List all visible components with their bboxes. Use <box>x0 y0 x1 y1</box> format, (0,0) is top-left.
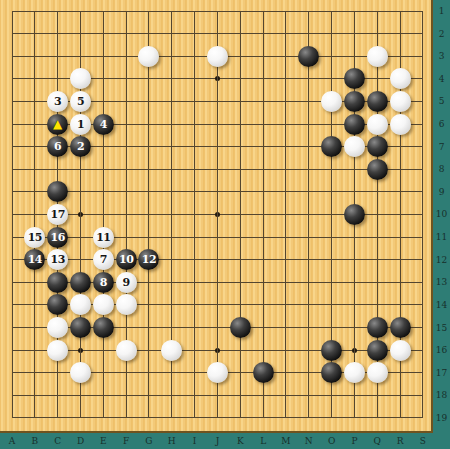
board-cell[interactable]: 14 <box>23 248 46 271</box>
board-cell[interactable] <box>252 68 275 91</box>
board-cell[interactable] <box>275 90 298 113</box>
board-cell[interactable] <box>160 248 183 271</box>
board-cell[interactable] <box>229 384 252 407</box>
board-cell[interactable] <box>229 68 252 91</box>
board-cell[interactable] <box>138 113 161 136</box>
board-cell[interactable] <box>1 113 24 136</box>
board-cell[interactable] <box>252 0 275 22</box>
board-cell[interactable] <box>183 203 206 226</box>
board-cell[interactable]: 9 <box>115 271 138 294</box>
board-cell[interactable]: 1 <box>69 113 92 136</box>
board-cell[interactable] <box>138 271 161 294</box>
board-cell[interactable] <box>389 361 412 384</box>
board-cell[interactable] <box>343 45 366 68</box>
board-cell[interactable] <box>69 271 92 294</box>
board-cell[interactable] <box>252 226 275 249</box>
board-cell[interactable] <box>46 407 69 430</box>
board-cell[interactable] <box>252 316 275 339</box>
board-cell[interactable] <box>252 407 275 430</box>
board-cell[interactable] <box>366 181 389 204</box>
board-cell[interactable] <box>160 203 183 226</box>
board-cell[interactable] <box>138 361 161 384</box>
board-cell[interactable] <box>366 384 389 407</box>
board-cell[interactable] <box>115 158 138 181</box>
board-cell[interactable] <box>252 203 275 226</box>
board-cell[interactable] <box>115 113 138 136</box>
board-cell[interactable] <box>1 68 24 91</box>
board-cell[interactable] <box>1 339 24 362</box>
board-cell[interactable] <box>23 113 46 136</box>
board-cell[interactable] <box>412 135 434 158</box>
board-cell[interactable] <box>183 22 206 45</box>
board-cell[interactable] <box>366 316 389 339</box>
board-cell[interactable] <box>229 0 252 22</box>
board-cell[interactable] <box>252 22 275 45</box>
board-cell[interactable] <box>275 316 298 339</box>
board-cell[interactable] <box>252 361 275 384</box>
board-cell[interactable] <box>389 113 412 136</box>
board-cell[interactable] <box>320 90 343 113</box>
board-cell[interactable] <box>412 181 434 204</box>
board-cell[interactable] <box>366 0 389 22</box>
board-cell[interactable] <box>343 135 366 158</box>
board-cell[interactable] <box>69 316 92 339</box>
board-cell[interactable] <box>46 181 69 204</box>
board-cell[interactable] <box>275 339 298 362</box>
board-cell[interactable] <box>160 45 183 68</box>
board-cell[interactable]: 13 <box>46 248 69 271</box>
board-cell[interactable] <box>92 316 115 339</box>
board-cell[interactable] <box>160 68 183 91</box>
board-cell[interactable] <box>92 22 115 45</box>
board-cell[interactable] <box>275 22 298 45</box>
board-cell[interactable] <box>366 361 389 384</box>
board-cell[interactable] <box>115 361 138 384</box>
board-cell[interactable] <box>138 135 161 158</box>
board-cell[interactable] <box>412 407 434 430</box>
board-cell[interactable] <box>320 384 343 407</box>
board-cell[interactable] <box>69 226 92 249</box>
board-cell[interactable] <box>1 294 24 317</box>
board-cell[interactable] <box>343 316 366 339</box>
board-cell[interactable] <box>92 361 115 384</box>
board-cell[interactable] <box>412 158 434 181</box>
board-cell[interactable] <box>160 339 183 362</box>
board-cell[interactable] <box>297 158 320 181</box>
board-cell[interactable] <box>389 294 412 317</box>
board-cell[interactable] <box>183 68 206 91</box>
board-cell[interactable]: 8 <box>92 271 115 294</box>
board-cell[interactable] <box>343 248 366 271</box>
board-cell[interactable] <box>366 135 389 158</box>
board-cell[interactable] <box>206 68 229 91</box>
board-cell[interactable] <box>206 271 229 294</box>
board-cell[interactable] <box>366 339 389 362</box>
board-cell[interactable] <box>229 45 252 68</box>
board-cell[interactable] <box>69 22 92 45</box>
board-cell[interactable] <box>1 316 24 339</box>
board-cell[interactable] <box>183 339 206 362</box>
board-cell[interactable] <box>1 226 24 249</box>
board-cell[interactable] <box>229 407 252 430</box>
board-cell[interactable] <box>206 158 229 181</box>
board-cell[interactable] <box>160 226 183 249</box>
board-cell[interactable] <box>69 45 92 68</box>
board-cell[interactable] <box>1 158 24 181</box>
board-cell[interactable] <box>183 0 206 22</box>
board-cell[interactable] <box>320 113 343 136</box>
board-cell[interactable] <box>138 203 161 226</box>
board-cell[interactable] <box>229 271 252 294</box>
board-cell[interactable] <box>206 22 229 45</box>
board-cell[interactable] <box>320 248 343 271</box>
board-cell[interactable] <box>412 384 434 407</box>
board-cell[interactable] <box>46 45 69 68</box>
board-cell[interactable] <box>320 407 343 430</box>
board-cell[interactable] <box>343 271 366 294</box>
board-cell[interactable] <box>412 271 434 294</box>
board-cell[interactable] <box>343 0 366 22</box>
board-cell[interactable] <box>183 248 206 271</box>
board-cell[interactable] <box>23 22 46 45</box>
board-cell[interactable] <box>92 90 115 113</box>
board-cell[interactable] <box>412 361 434 384</box>
board-cell[interactable] <box>412 0 434 22</box>
board-cell[interactable] <box>275 68 298 91</box>
board-cell[interactable] <box>343 226 366 249</box>
board-cell[interactable] <box>229 226 252 249</box>
board-cell[interactable] <box>115 45 138 68</box>
board-cell[interactable]: 4 <box>92 113 115 136</box>
board-cell[interactable] <box>412 45 434 68</box>
board-cell[interactable] <box>297 339 320 362</box>
board-cell[interactable] <box>23 407 46 430</box>
board-cell[interactable] <box>206 135 229 158</box>
board-cell[interactable] <box>275 248 298 271</box>
board-cell[interactable] <box>160 113 183 136</box>
board-cell[interactable] <box>160 0 183 22</box>
board-cell[interactable] <box>92 68 115 91</box>
board-cell[interactable] <box>297 68 320 91</box>
board-cell[interactable] <box>115 294 138 317</box>
board-cell[interactable] <box>412 226 434 249</box>
board-cell[interactable]: 7 <box>92 248 115 271</box>
board-cell[interactable] <box>366 45 389 68</box>
board-cell[interactable] <box>69 294 92 317</box>
board-cell[interactable] <box>297 113 320 136</box>
board-cell[interactable] <box>92 45 115 68</box>
board-cell[interactable] <box>366 203 389 226</box>
board-cell[interactable] <box>115 226 138 249</box>
board-cell[interactable] <box>412 22 434 45</box>
board-cell[interactable] <box>138 68 161 91</box>
board-cell[interactable] <box>206 181 229 204</box>
board-cell[interactable] <box>389 203 412 226</box>
board-cell[interactable] <box>115 90 138 113</box>
board-cell[interactable] <box>46 158 69 181</box>
board-cell[interactable] <box>389 316 412 339</box>
board-cell[interactable] <box>252 181 275 204</box>
board-cell[interactable] <box>389 22 412 45</box>
board-cell[interactable] <box>23 384 46 407</box>
board-cell[interactable] <box>366 248 389 271</box>
board-cell[interactable] <box>160 361 183 384</box>
board-cell[interactable] <box>138 407 161 430</box>
board-cell[interactable] <box>320 181 343 204</box>
board-cell[interactable] <box>252 90 275 113</box>
board-cell[interactable] <box>252 113 275 136</box>
board-cell[interactable] <box>183 158 206 181</box>
board-cell[interactable] <box>92 135 115 158</box>
board-cell[interactable] <box>320 135 343 158</box>
board-cell[interactable] <box>252 339 275 362</box>
board-cell[interactable] <box>389 0 412 22</box>
board-cell[interactable] <box>389 384 412 407</box>
board-cell[interactable] <box>275 45 298 68</box>
board-cell[interactable] <box>138 181 161 204</box>
board-cell[interactable] <box>23 90 46 113</box>
board-cell[interactable] <box>138 22 161 45</box>
board-cell[interactable] <box>252 135 275 158</box>
board-cell[interactable] <box>160 90 183 113</box>
board-cell[interactable] <box>1 361 24 384</box>
board-cell[interactable] <box>320 158 343 181</box>
board-cell[interactable] <box>412 90 434 113</box>
board-cell[interactable] <box>183 90 206 113</box>
board-cell[interactable] <box>320 294 343 317</box>
board-cell[interactable] <box>229 90 252 113</box>
board-cell[interactable] <box>229 113 252 136</box>
board-cell[interactable] <box>183 113 206 136</box>
board-cell[interactable] <box>297 361 320 384</box>
board-cell[interactable] <box>160 158 183 181</box>
board-cell[interactable] <box>343 68 366 91</box>
board-cell[interactable] <box>92 384 115 407</box>
board-cell[interactable] <box>343 158 366 181</box>
board-cell[interactable] <box>92 407 115 430</box>
board-cell[interactable] <box>389 68 412 91</box>
board-cell[interactable] <box>183 135 206 158</box>
board-cell[interactable] <box>366 90 389 113</box>
board-cell[interactable] <box>297 90 320 113</box>
board-cell[interactable] <box>183 294 206 317</box>
board-cell[interactable] <box>320 22 343 45</box>
board-cell[interactable] <box>160 316 183 339</box>
board-cell[interactable] <box>297 135 320 158</box>
board-cell[interactable] <box>69 203 92 226</box>
board-cell[interactable] <box>23 135 46 158</box>
board-cell[interactable]: 12 <box>138 248 161 271</box>
board-cell[interactable] <box>69 158 92 181</box>
board-cell[interactable] <box>23 271 46 294</box>
board-cell[interactable] <box>23 68 46 91</box>
board-cell[interactable] <box>343 203 366 226</box>
board-cell[interactable] <box>206 0 229 22</box>
board-cell[interactable] <box>412 316 434 339</box>
board-cell[interactable] <box>92 294 115 317</box>
board-cell[interactable] <box>160 294 183 317</box>
board-cell[interactable] <box>229 361 252 384</box>
board-cell[interactable] <box>366 113 389 136</box>
board-cell[interactable] <box>46 361 69 384</box>
board-cell[interactable] <box>23 158 46 181</box>
board-cell[interactable] <box>183 181 206 204</box>
board-cell[interactable] <box>206 316 229 339</box>
board-cell[interactable] <box>297 181 320 204</box>
board-cell[interactable] <box>275 271 298 294</box>
board-cell[interactable] <box>206 248 229 271</box>
board-cell[interactable] <box>115 68 138 91</box>
board-cell[interactable] <box>412 339 434 362</box>
board-cell[interactable] <box>389 135 412 158</box>
board-cell[interactable] <box>1 90 24 113</box>
board-cell[interactable] <box>229 22 252 45</box>
board-cell[interactable] <box>1 45 24 68</box>
board-cell[interactable] <box>229 248 252 271</box>
board-cell[interactable] <box>115 203 138 226</box>
board-cell[interactable] <box>206 361 229 384</box>
board-cell[interactable] <box>297 384 320 407</box>
board-cell[interactable] <box>275 226 298 249</box>
board-cell[interactable] <box>92 0 115 22</box>
board-cell[interactable] <box>92 158 115 181</box>
board-cell[interactable] <box>1 203 24 226</box>
board-cell[interactable] <box>115 181 138 204</box>
board-cell[interactable] <box>297 226 320 249</box>
board-cell[interactable] <box>366 226 389 249</box>
board-cell[interactable]: 3 <box>46 90 69 113</box>
board-cell[interactable] <box>206 384 229 407</box>
board-cell[interactable] <box>46 0 69 22</box>
board-cell[interactable] <box>1 248 24 271</box>
board-cell[interactable] <box>275 158 298 181</box>
board-cell[interactable] <box>183 226 206 249</box>
board-cell[interactable] <box>206 113 229 136</box>
board-cell[interactable] <box>252 158 275 181</box>
board-cell[interactable]: 10 <box>115 248 138 271</box>
board-cell[interactable] <box>115 339 138 362</box>
board-cell[interactable] <box>115 135 138 158</box>
board-cell[interactable] <box>23 45 46 68</box>
board-cell[interactable] <box>320 68 343 91</box>
board-cell[interactable] <box>297 248 320 271</box>
board-cell[interactable] <box>320 45 343 68</box>
board-cell[interactable] <box>297 294 320 317</box>
board-cell[interactable] <box>412 68 434 91</box>
board-cell[interactable] <box>23 181 46 204</box>
board-cell[interactable] <box>115 316 138 339</box>
board-cell[interactable] <box>69 0 92 22</box>
board-cell[interactable]: 11 <box>92 226 115 249</box>
board-cell[interactable] <box>46 294 69 317</box>
board-cell[interactable] <box>229 339 252 362</box>
board-cell[interactable] <box>69 339 92 362</box>
board-cell[interactable]: 17 <box>46 203 69 226</box>
board-cell[interactable] <box>115 384 138 407</box>
board-cell[interactable] <box>297 45 320 68</box>
board-cell[interactable] <box>229 203 252 226</box>
board-cell[interactable] <box>366 158 389 181</box>
board-cell[interactable] <box>23 339 46 362</box>
board-cell[interactable] <box>1 271 24 294</box>
board-cell[interactable] <box>23 203 46 226</box>
board-cell[interactable] <box>252 45 275 68</box>
board-cell[interactable] <box>160 135 183 158</box>
board-cell[interactable] <box>138 226 161 249</box>
board-cell[interactable] <box>275 0 298 22</box>
board-cell[interactable] <box>1 181 24 204</box>
board-cell[interactable] <box>46 68 69 91</box>
board-cell[interactable] <box>1 407 24 430</box>
board-cell[interactable] <box>46 316 69 339</box>
board-cell[interactable] <box>206 294 229 317</box>
board-cell[interactable] <box>69 181 92 204</box>
board-cell[interactable] <box>23 316 46 339</box>
board-cell[interactable] <box>389 271 412 294</box>
board-cell[interactable] <box>275 203 298 226</box>
board-cell[interactable] <box>138 316 161 339</box>
board-cell[interactable] <box>252 294 275 317</box>
board-cell[interactable] <box>366 271 389 294</box>
board-cell[interactable] <box>275 407 298 430</box>
board-cell[interactable] <box>160 181 183 204</box>
board-cell[interactable] <box>229 135 252 158</box>
board-cell[interactable] <box>138 294 161 317</box>
board-cell[interactable] <box>46 22 69 45</box>
board-cell[interactable] <box>389 45 412 68</box>
board-cell[interactable] <box>320 361 343 384</box>
board-cell[interactable] <box>69 68 92 91</box>
board-cell[interactable] <box>138 384 161 407</box>
board-cell[interactable]: ▲ <box>46 113 69 136</box>
board-cell[interactable] <box>252 248 275 271</box>
board-cell[interactable] <box>206 226 229 249</box>
board-cell[interactable] <box>183 361 206 384</box>
board-cell[interactable] <box>389 181 412 204</box>
board-cell[interactable] <box>366 22 389 45</box>
board-cell[interactable] <box>183 407 206 430</box>
board-cell[interactable] <box>275 361 298 384</box>
board-cell[interactable] <box>389 158 412 181</box>
board-cell[interactable] <box>320 226 343 249</box>
board-cell[interactable] <box>320 271 343 294</box>
board-cell[interactable] <box>138 339 161 362</box>
board-cell[interactable] <box>343 22 366 45</box>
board-cell[interactable] <box>69 361 92 384</box>
board-cell[interactable] <box>183 271 206 294</box>
board-cell[interactable] <box>343 384 366 407</box>
board-cell[interactable] <box>389 339 412 362</box>
board-cell[interactable] <box>343 113 366 136</box>
board-cell[interactable] <box>1 384 24 407</box>
board-cell[interactable] <box>92 339 115 362</box>
board-cell[interactable] <box>138 45 161 68</box>
board-cell[interactable] <box>366 294 389 317</box>
board-cell[interactable] <box>46 384 69 407</box>
board-cell[interactable] <box>229 158 252 181</box>
board-cell[interactable] <box>389 248 412 271</box>
board-cell[interactable] <box>138 90 161 113</box>
board-cell[interactable] <box>92 181 115 204</box>
board-cell[interactable] <box>320 0 343 22</box>
board-cell[interactable] <box>297 203 320 226</box>
board-cell[interactable] <box>275 384 298 407</box>
board-cell[interactable] <box>275 181 298 204</box>
board-cell[interactable] <box>412 248 434 271</box>
board-cell[interactable] <box>23 361 46 384</box>
board-cell[interactable] <box>69 248 92 271</box>
board-cell[interactable] <box>160 271 183 294</box>
